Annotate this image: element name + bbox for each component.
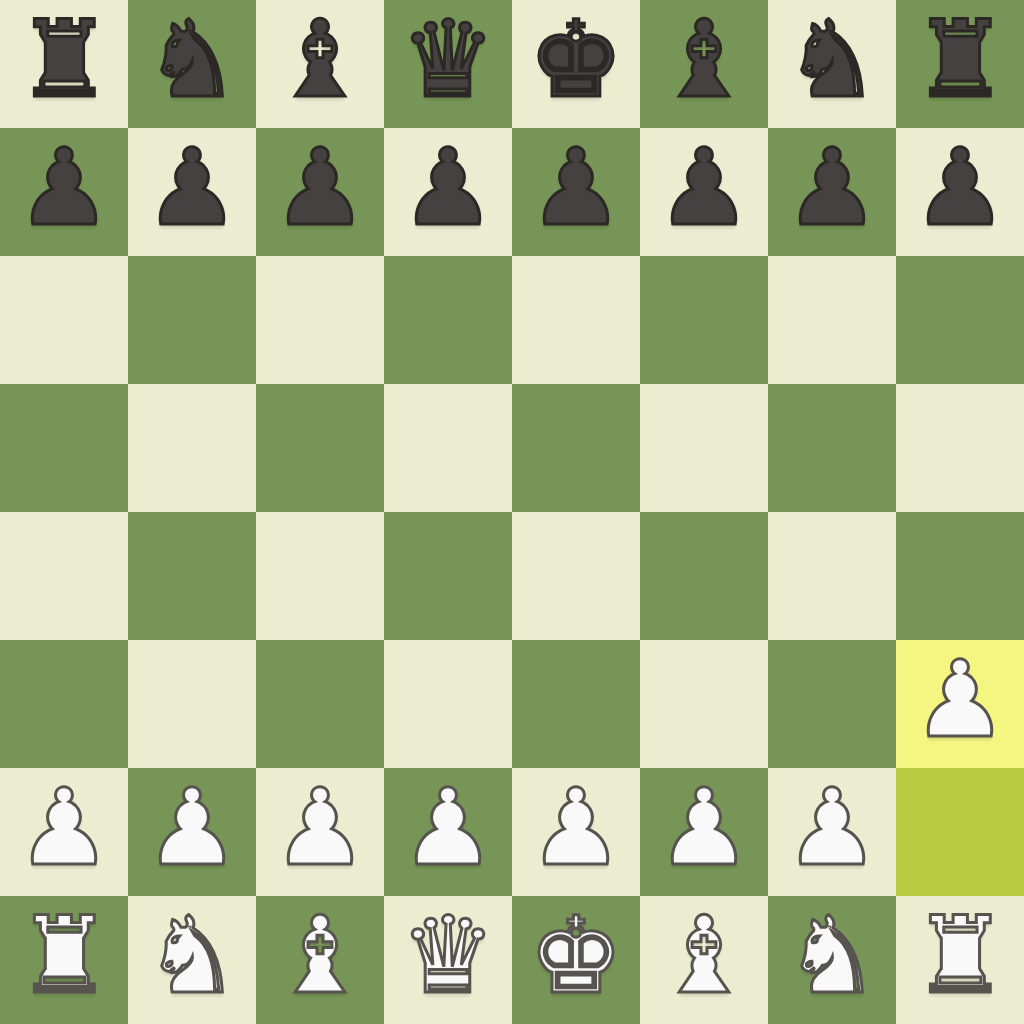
square-b5[interactable] <box>128 384 256 512</box>
square-d2[interactable]: ♟ <box>384 768 512 896</box>
black-pawn-piece[interactable]: ♟ <box>400 135 495 241</box>
black-knight-piece[interactable]: ♞ <box>144 7 239 113</box>
square-c8[interactable]: ♝ <box>256 0 384 128</box>
white-king-piece[interactable]: ♚ <box>528 903 623 1009</box>
square-d1[interactable]: ♛ <box>384 896 512 1024</box>
square-a8[interactable]: ♜ <box>0 0 128 128</box>
square-e3[interactable] <box>512 640 640 768</box>
black-pawn-piece[interactable]: ♟ <box>272 135 367 241</box>
white-pawn-piece[interactable]: ♟ <box>784 775 879 881</box>
white-rook-piece[interactable]: ♜ <box>912 903 1007 1009</box>
square-e5[interactable] <box>512 384 640 512</box>
square-b4[interactable] <box>128 512 256 640</box>
square-a2[interactable]: ♟ <box>0 768 128 896</box>
white-rook-piece[interactable]: ♜ <box>16 903 111 1009</box>
square-d4[interactable] <box>384 512 512 640</box>
square-e2[interactable]: ♟ <box>512 768 640 896</box>
black-rook-piece[interactable]: ♜ <box>16 7 111 113</box>
white-pawn-piece[interactable]: ♟ <box>144 775 239 881</box>
black-pawn-piece[interactable]: ♟ <box>528 135 623 241</box>
square-f7[interactable]: ♟ <box>640 128 768 256</box>
black-pawn-piece[interactable]: ♟ <box>144 135 239 241</box>
square-h8[interactable]: ♜ <box>896 0 1024 128</box>
square-h5[interactable] <box>896 384 1024 512</box>
square-h3[interactable]: ♟ <box>896 640 1024 768</box>
square-h6[interactable] <box>896 256 1024 384</box>
square-a1[interactable]: ♜ <box>0 896 128 1024</box>
square-a7[interactable]: ♟ <box>0 128 128 256</box>
white-pawn-piece[interactable]: ♟ <box>400 775 495 881</box>
square-c1[interactable]: ♝ <box>256 896 384 1024</box>
square-d5[interactable] <box>384 384 512 512</box>
square-d7[interactable]: ♟ <box>384 128 512 256</box>
black-bishop-piece[interactable]: ♝ <box>656 7 751 113</box>
square-f2[interactable]: ♟ <box>640 768 768 896</box>
black-bishop-piece[interactable]: ♝ <box>272 7 367 113</box>
white-queen-piece[interactable]: ♛ <box>400 903 495 1009</box>
white-pawn-piece[interactable]: ♟ <box>16 775 111 881</box>
square-g1[interactable]: ♞ <box>768 896 896 1024</box>
square-h1[interactable]: ♜ <box>896 896 1024 1024</box>
square-a6[interactable] <box>0 256 128 384</box>
square-h7[interactable]: ♟ <box>896 128 1024 256</box>
square-g4[interactable] <box>768 512 896 640</box>
square-a4[interactable] <box>0 512 128 640</box>
square-b8[interactable]: ♞ <box>128 0 256 128</box>
square-e4[interactable] <box>512 512 640 640</box>
white-bishop-piece[interactable]: ♝ <box>656 903 751 1009</box>
black-rook-piece[interactable]: ♜ <box>912 7 1007 113</box>
square-a5[interactable] <box>0 384 128 512</box>
square-g7[interactable]: ♟ <box>768 128 896 256</box>
square-c6[interactable] <box>256 256 384 384</box>
white-pawn-piece[interactable]: ♟ <box>528 775 623 881</box>
square-e7[interactable]: ♟ <box>512 128 640 256</box>
black-queen-piece[interactable]: ♛ <box>400 7 495 113</box>
square-b3[interactable] <box>128 640 256 768</box>
square-c3[interactable] <box>256 640 384 768</box>
square-e6[interactable] <box>512 256 640 384</box>
white-pawn-piece[interactable]: ♟ <box>656 775 751 881</box>
white-knight-piece[interactable]: ♞ <box>144 903 239 1009</box>
square-g5[interactable] <box>768 384 896 512</box>
square-g6[interactable] <box>768 256 896 384</box>
square-g3[interactable] <box>768 640 896 768</box>
square-f1[interactable]: ♝ <box>640 896 768 1024</box>
square-b7[interactable]: ♟ <box>128 128 256 256</box>
black-pawn-piece[interactable]: ♟ <box>784 135 879 241</box>
square-a3[interactable] <box>0 640 128 768</box>
square-h4[interactable] <box>896 512 1024 640</box>
black-king-piece[interactable]: ♚ <box>528 7 623 113</box>
white-pawn-piece[interactable]: ♟ <box>912 647 1007 753</box>
white-knight-piece[interactable]: ♞ <box>784 903 879 1009</box>
square-d3[interactable] <box>384 640 512 768</box>
black-pawn-piece[interactable]: ♟ <box>656 135 751 241</box>
square-f8[interactable]: ♝ <box>640 0 768 128</box>
square-e8[interactable]: ♚ <box>512 0 640 128</box>
square-e1[interactable]: ♚ <box>512 896 640 1024</box>
square-f6[interactable] <box>640 256 768 384</box>
square-f5[interactable] <box>640 384 768 512</box>
square-d8[interactable]: ♛ <box>384 0 512 128</box>
square-c5[interactable] <box>256 384 384 512</box>
black-knight-piece[interactable]: ♞ <box>784 7 879 113</box>
square-g8[interactable]: ♞ <box>768 0 896 128</box>
square-g2[interactable]: ♟ <box>768 768 896 896</box>
chess-board: ♜♞♝♛♚♝♞♜♟♟♟♟♟♟♟♟♟♟♟♟♟♟♟♟♜♞♝♛♚♝♞♜ <box>0 0 1024 1024</box>
white-bishop-piece[interactable]: ♝ <box>272 903 367 1009</box>
white-pawn-piece[interactable]: ♟ <box>272 775 367 881</box>
square-d6[interactable] <box>384 256 512 384</box>
square-b1[interactable]: ♞ <box>128 896 256 1024</box>
square-b6[interactable] <box>128 256 256 384</box>
square-f3[interactable] <box>640 640 768 768</box>
square-h2[interactable] <box>896 768 1024 896</box>
square-b2[interactable]: ♟ <box>128 768 256 896</box>
square-c4[interactable] <box>256 512 384 640</box>
square-f4[interactable] <box>640 512 768 640</box>
square-c7[interactable]: ♟ <box>256 128 384 256</box>
black-pawn-piece[interactable]: ♟ <box>16 135 111 241</box>
black-pawn-piece[interactable]: ♟ <box>912 135 1007 241</box>
square-c2[interactable]: ♟ <box>256 768 384 896</box>
